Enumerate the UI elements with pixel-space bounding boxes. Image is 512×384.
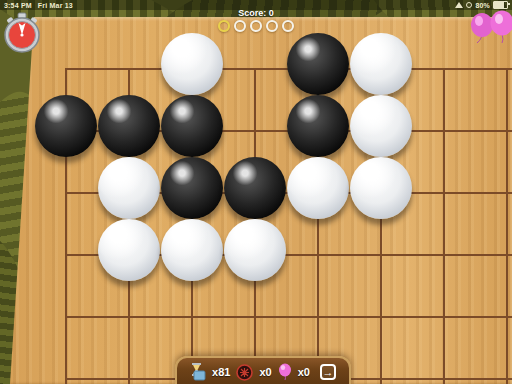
- progress-ring: [250, 20, 262, 32]
- stones-remaining-count: x81: [212, 366, 230, 378]
- exit-button[interactable]: →: [320, 364, 336, 380]
- white-stone: [287, 157, 349, 219]
- white-stone: [98, 219, 160, 281]
- balloons-count: x0: [298, 366, 310, 378]
- white-stone: [224, 219, 286, 281]
- stopwatch-button[interactable]: [2, 12, 42, 54]
- black-stone: [161, 95, 223, 157]
- hourglass-icon: [190, 363, 206, 381]
- white-stone: [161, 219, 223, 281]
- exit-arrow-icon: →: [322, 367, 333, 378]
- progress-ring: [218, 20, 230, 32]
- bottom-toolbar: x81 x0 x0 →: [175, 356, 351, 384]
- white-stone: [350, 95, 412, 157]
- mine-icon: [236, 364, 253, 381]
- black-stone: [35, 95, 97, 157]
- white-stone: [161, 33, 223, 95]
- balloons-button[interactable]: [464, 8, 512, 44]
- white-stone: [350, 157, 412, 219]
- white-stone: [350, 33, 412, 95]
- balloon-icon: [278, 363, 292, 381]
- progress-ring: [266, 20, 278, 32]
- white-stone: [98, 157, 160, 219]
- app-screen: 3:54 PM Fri Mar 13 80% Score: 0: [0, 0, 512, 384]
- balloon-pair-icon: [464, 8, 512, 44]
- progress-ring: [234, 20, 246, 32]
- stopwatch-icon: [2, 12, 42, 54]
- black-stone: [287, 95, 349, 157]
- go-board[interactable]: [34, 33, 512, 384]
- black-stone: [161, 157, 223, 219]
- black-stone: [224, 157, 286, 219]
- score-panel: Score: 0: [0, 8, 512, 32]
- black-stone: [98, 95, 160, 157]
- score-label: Score: 0: [0, 8, 512, 18]
- mines-count: x0: [259, 366, 271, 378]
- progress-ring: [282, 20, 294, 32]
- progress-rings: [0, 20, 512, 32]
- black-stone: [287, 33, 349, 95]
